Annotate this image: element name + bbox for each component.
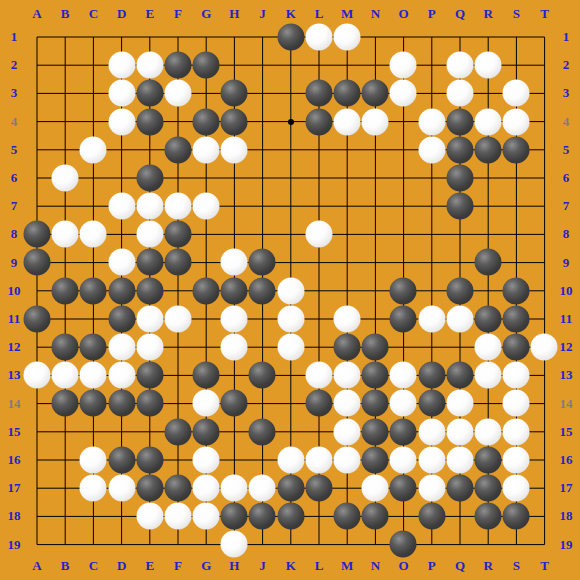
board-intersection-R1[interactable] <box>474 23 502 51</box>
board-intersection-T13[interactable] <box>530 361 558 389</box>
board-intersection-M2[interactable] <box>333 51 361 79</box>
board-intersection-H16[interactable] <box>220 446 248 474</box>
board-intersection-S11[interactable] <box>502 305 530 333</box>
board-intersection-J10[interactable] <box>248 277 276 305</box>
board-intersection-E16[interactable] <box>136 446 164 474</box>
board-intersection-R9[interactable] <box>474 248 502 276</box>
board-intersection-H6[interactable] <box>220 164 248 192</box>
board-intersection-O16[interactable] <box>389 446 417 474</box>
board-intersection-H7[interactable] <box>220 192 248 220</box>
board-intersection-Q17[interactable] <box>446 474 474 502</box>
board-intersection-O18[interactable] <box>389 502 417 530</box>
board-intersection-C13[interactable] <box>79 361 107 389</box>
board-intersection-A19[interactable] <box>23 530 51 558</box>
board-intersection-O19[interactable] <box>389 530 417 558</box>
board-intersection-P7[interactable] <box>418 192 446 220</box>
board-intersection-M13[interactable] <box>333 361 361 389</box>
board-intersection-G18[interactable] <box>192 502 220 530</box>
board-intersection-R16[interactable] <box>474 446 502 474</box>
board-intersection-N12[interactable] <box>361 333 389 361</box>
board-intersection-O11[interactable] <box>389 305 417 333</box>
board-intersection-C19[interactable] <box>79 530 107 558</box>
board-intersection-E18[interactable] <box>136 502 164 530</box>
board-intersection-E5[interactable] <box>136 136 164 164</box>
board-intersection-D13[interactable] <box>107 361 135 389</box>
board-intersection-P12[interactable] <box>418 333 446 361</box>
board-intersection-L7[interactable] <box>305 192 333 220</box>
board-intersection-T7[interactable] <box>530 192 558 220</box>
board-intersection-D6[interactable] <box>107 164 135 192</box>
board-intersection-B5[interactable] <box>51 136 79 164</box>
board-intersection-C15[interactable] <box>79 418 107 446</box>
board-intersection-O3[interactable] <box>389 79 417 107</box>
board-intersection-P17[interactable] <box>418 474 446 502</box>
board-intersection-B8[interactable] <box>51 220 79 248</box>
board-intersection-H11[interactable] <box>220 305 248 333</box>
board-intersection-P14[interactable] <box>418 389 446 417</box>
board-intersection-F19[interactable] <box>164 530 192 558</box>
board-intersection-T5[interactable] <box>530 136 558 164</box>
board-intersection-L14[interactable] <box>305 389 333 417</box>
board-intersection-E10[interactable] <box>136 277 164 305</box>
board-intersection-F9[interactable] <box>164 248 192 276</box>
board-intersection-F11[interactable] <box>164 305 192 333</box>
board-intersection-C18[interactable] <box>79 502 107 530</box>
board-intersection-K2[interactable] <box>277 51 305 79</box>
board-intersection-Q2[interactable] <box>446 51 474 79</box>
board-intersection-H13[interactable] <box>220 361 248 389</box>
board-intersection-O14[interactable] <box>389 389 417 417</box>
board-intersection-J13[interactable] <box>248 361 276 389</box>
board-intersection-E9[interactable] <box>136 248 164 276</box>
board-intersection-A7[interactable] <box>23 192 51 220</box>
board-intersection-L3[interactable] <box>305 79 333 107</box>
board-intersection-G9[interactable] <box>192 248 220 276</box>
board-intersection-O9[interactable] <box>389 248 417 276</box>
board-intersection-M5[interactable] <box>333 136 361 164</box>
board-intersection-J3[interactable] <box>248 79 276 107</box>
board-intersection-Q16[interactable] <box>446 446 474 474</box>
board-intersection-C1[interactable] <box>79 23 107 51</box>
board-intersection-T1[interactable] <box>530 23 558 51</box>
board-intersection-P4[interactable] <box>418 107 446 135</box>
board-intersection-L6[interactable] <box>305 164 333 192</box>
board-intersection-Q7[interactable] <box>446 192 474 220</box>
board-intersection-E2[interactable] <box>136 51 164 79</box>
board-intersection-E14[interactable] <box>136 389 164 417</box>
board-intersection-K6[interactable] <box>277 164 305 192</box>
board-intersection-H12[interactable] <box>220 333 248 361</box>
board-intersection-M4[interactable] <box>333 107 361 135</box>
board-intersection-S14[interactable] <box>502 389 530 417</box>
board-intersection-T12[interactable] <box>530 333 558 361</box>
board-intersection-M15[interactable] <box>333 418 361 446</box>
board-intersection-N4[interactable] <box>361 107 389 135</box>
board-intersection-B11[interactable] <box>51 305 79 333</box>
board-intersection-J17[interactable] <box>248 474 276 502</box>
board-intersection-M16[interactable] <box>333 446 361 474</box>
board-intersection-N9[interactable] <box>361 248 389 276</box>
board-intersection-R13[interactable] <box>474 361 502 389</box>
board-intersection-D18[interactable] <box>107 502 135 530</box>
board-intersection-M1[interactable] <box>333 23 361 51</box>
board-intersection-N7[interactable] <box>361 192 389 220</box>
board-intersection-C17[interactable] <box>79 474 107 502</box>
board-intersection-A8[interactable] <box>23 220 51 248</box>
board-intersection-H15[interactable] <box>220 418 248 446</box>
board-intersection-S5[interactable] <box>502 136 530 164</box>
board-intersection-K19[interactable] <box>277 530 305 558</box>
board-intersection-D11[interactable] <box>107 305 135 333</box>
board-intersection-G10[interactable] <box>192 277 220 305</box>
board-intersection-G11[interactable] <box>192 305 220 333</box>
board-intersection-L12[interactable] <box>305 333 333 361</box>
board-intersection-R12[interactable] <box>474 333 502 361</box>
board-intersection-D5[interactable] <box>107 136 135 164</box>
board-intersection-P19[interactable] <box>418 530 446 558</box>
board-intersection-R7[interactable] <box>474 192 502 220</box>
board-intersection-N11[interactable] <box>361 305 389 333</box>
board-intersection-N17[interactable] <box>361 474 389 502</box>
board-intersection-D3[interactable] <box>107 79 135 107</box>
board-intersection-J5[interactable] <box>248 136 276 164</box>
board-intersection-T15[interactable] <box>530 418 558 446</box>
board-intersection-O5[interactable] <box>389 136 417 164</box>
board-intersection-G8[interactable] <box>192 220 220 248</box>
board-intersection-J2[interactable] <box>248 51 276 79</box>
board-intersection-C11[interactable] <box>79 305 107 333</box>
board-intersection-L10[interactable] <box>305 277 333 305</box>
board-intersection-N1[interactable] <box>361 23 389 51</box>
board-intersection-F6[interactable] <box>164 164 192 192</box>
board-intersection-C12[interactable] <box>79 333 107 361</box>
board-intersection-R2[interactable] <box>474 51 502 79</box>
board-intersection-H14[interactable] <box>220 389 248 417</box>
board-intersection-H19[interactable] <box>220 530 248 558</box>
board-intersection-D14[interactable] <box>107 389 135 417</box>
board-intersection-K14[interactable] <box>277 389 305 417</box>
board-intersection-P8[interactable] <box>418 220 446 248</box>
board-intersection-S15[interactable] <box>502 418 530 446</box>
board-intersection-B7[interactable] <box>51 192 79 220</box>
board-intersection-P10[interactable] <box>418 277 446 305</box>
board-intersection-T2[interactable] <box>530 51 558 79</box>
board-intersection-B15[interactable] <box>51 418 79 446</box>
board-intersection-Q1[interactable] <box>446 23 474 51</box>
board-intersection-J11[interactable] <box>248 305 276 333</box>
board-intersection-N2[interactable] <box>361 51 389 79</box>
board-intersection-K17[interactable] <box>277 474 305 502</box>
board-intersection-K18[interactable] <box>277 502 305 530</box>
board-intersection-B17[interactable] <box>51 474 79 502</box>
board-intersection-Q15[interactable] <box>446 418 474 446</box>
board-intersection-J7[interactable] <box>248 192 276 220</box>
board-intersection-G7[interactable] <box>192 192 220 220</box>
board-intersection-C5[interactable] <box>79 136 107 164</box>
board-intersection-A14[interactable] <box>23 389 51 417</box>
board-intersection-D2[interactable] <box>107 51 135 79</box>
board-intersection-D9[interactable] <box>107 248 135 276</box>
board-intersection-H1[interactable] <box>220 23 248 51</box>
board-intersection-F15[interactable] <box>164 418 192 446</box>
board-intersection-N13[interactable] <box>361 361 389 389</box>
board-intersection-K16[interactable] <box>277 446 305 474</box>
go-board[interactable]: AABBCCDDEEFFGGHHJJKKLLMMNNOOPPQQRRSSTT11… <box>0 0 580 580</box>
board-intersection-S18[interactable] <box>502 502 530 530</box>
board-intersection-J14[interactable] <box>248 389 276 417</box>
board-intersection-B6[interactable] <box>51 164 79 192</box>
board-intersection-Q3[interactable] <box>446 79 474 107</box>
board-intersection-Q10[interactable] <box>446 277 474 305</box>
board-intersection-H2[interactable] <box>220 51 248 79</box>
board-intersection-N18[interactable] <box>361 502 389 530</box>
board-intersection-A1[interactable] <box>23 23 51 51</box>
board-intersection-T14[interactable] <box>530 389 558 417</box>
board-intersection-C2[interactable] <box>79 51 107 79</box>
board-intersection-G17[interactable] <box>192 474 220 502</box>
board-intersection-A10[interactable] <box>23 277 51 305</box>
board-intersection-N8[interactable] <box>361 220 389 248</box>
board-intersection-H10[interactable] <box>220 277 248 305</box>
board-intersection-J4[interactable] <box>248 107 276 135</box>
board-intersection-B2[interactable] <box>51 51 79 79</box>
board-intersection-Q14[interactable] <box>446 389 474 417</box>
board-intersection-G14[interactable] <box>192 389 220 417</box>
board-intersection-K3[interactable] <box>277 79 305 107</box>
board-intersection-K5[interactable] <box>277 136 305 164</box>
board-intersection-P3[interactable] <box>418 79 446 107</box>
board-intersection-F7[interactable] <box>164 192 192 220</box>
board-intersection-S13[interactable] <box>502 361 530 389</box>
board-intersection-F8[interactable] <box>164 220 192 248</box>
board-intersection-P16[interactable] <box>418 446 446 474</box>
board-intersection-P15[interactable] <box>418 418 446 446</box>
board-intersection-B19[interactable] <box>51 530 79 558</box>
board-intersections[interactable] <box>23 23 559 559</box>
board-intersection-S7[interactable] <box>502 192 530 220</box>
board-intersection-D17[interactable] <box>107 474 135 502</box>
board-intersection-C9[interactable] <box>79 248 107 276</box>
board-intersection-H17[interactable] <box>220 474 248 502</box>
board-intersection-N5[interactable] <box>361 136 389 164</box>
board-intersection-C8[interactable] <box>79 220 107 248</box>
board-intersection-E4[interactable] <box>136 107 164 135</box>
board-intersection-A9[interactable] <box>23 248 51 276</box>
board-intersection-O2[interactable] <box>389 51 417 79</box>
board-intersection-P2[interactable] <box>418 51 446 79</box>
board-intersection-G5[interactable] <box>192 136 220 164</box>
board-intersection-R18[interactable] <box>474 502 502 530</box>
board-intersection-H3[interactable] <box>220 79 248 107</box>
board-intersection-G6[interactable] <box>192 164 220 192</box>
board-intersection-T11[interactable] <box>530 305 558 333</box>
board-intersection-B16[interactable] <box>51 446 79 474</box>
board-intersection-Q9[interactable] <box>446 248 474 276</box>
board-intersection-Q18[interactable] <box>446 502 474 530</box>
board-intersection-C16[interactable] <box>79 446 107 474</box>
board-intersection-O6[interactable] <box>389 164 417 192</box>
board-intersection-J9[interactable] <box>248 248 276 276</box>
board-intersection-T3[interactable] <box>530 79 558 107</box>
board-intersection-L18[interactable] <box>305 502 333 530</box>
board-intersection-G16[interactable] <box>192 446 220 474</box>
board-intersection-F14[interactable] <box>164 389 192 417</box>
board-intersection-M6[interactable] <box>333 164 361 192</box>
board-intersection-D15[interactable] <box>107 418 135 446</box>
board-intersection-P5[interactable] <box>418 136 446 164</box>
board-intersection-F1[interactable] <box>164 23 192 51</box>
board-intersection-F12[interactable] <box>164 333 192 361</box>
board-intersection-S17[interactable] <box>502 474 530 502</box>
board-intersection-E11[interactable] <box>136 305 164 333</box>
board-intersection-K8[interactable] <box>277 220 305 248</box>
board-intersection-S12[interactable] <box>502 333 530 361</box>
board-intersection-L2[interactable] <box>305 51 333 79</box>
board-intersection-K4[interactable] <box>277 107 305 135</box>
board-intersection-G15[interactable] <box>192 418 220 446</box>
board-intersection-M14[interactable] <box>333 389 361 417</box>
board-intersection-T18[interactable] <box>530 502 558 530</box>
board-intersection-M8[interactable] <box>333 220 361 248</box>
board-intersection-F10[interactable] <box>164 277 192 305</box>
board-intersection-R4[interactable] <box>474 107 502 135</box>
board-intersection-D10[interactable] <box>107 277 135 305</box>
board-intersection-R8[interactable] <box>474 220 502 248</box>
board-intersection-O12[interactable] <box>389 333 417 361</box>
board-intersection-J6[interactable] <box>248 164 276 192</box>
board-intersection-L19[interactable] <box>305 530 333 558</box>
board-intersection-K13[interactable] <box>277 361 305 389</box>
board-intersection-Q11[interactable] <box>446 305 474 333</box>
board-intersection-P11[interactable] <box>418 305 446 333</box>
board-intersection-Q8[interactable] <box>446 220 474 248</box>
board-intersection-C14[interactable] <box>79 389 107 417</box>
board-intersection-S19[interactable] <box>502 530 530 558</box>
board-intersection-D19[interactable] <box>107 530 135 558</box>
board-intersection-S4[interactable] <box>502 107 530 135</box>
board-intersection-M10[interactable] <box>333 277 361 305</box>
board-intersection-E13[interactable] <box>136 361 164 389</box>
board-intersection-R17[interactable] <box>474 474 502 502</box>
board-intersection-C4[interactable] <box>79 107 107 135</box>
board-intersection-H18[interactable] <box>220 502 248 530</box>
board-intersection-B13[interactable] <box>51 361 79 389</box>
board-intersection-M12[interactable] <box>333 333 361 361</box>
board-intersection-S1[interactable] <box>502 23 530 51</box>
board-intersection-C6[interactable] <box>79 164 107 192</box>
board-intersection-L13[interactable] <box>305 361 333 389</box>
board-intersection-E1[interactable] <box>136 23 164 51</box>
board-intersection-B3[interactable] <box>51 79 79 107</box>
board-intersection-A15[interactable] <box>23 418 51 446</box>
board-intersection-Q6[interactable] <box>446 164 474 192</box>
board-intersection-F16[interactable] <box>164 446 192 474</box>
board-intersection-T4[interactable] <box>530 107 558 135</box>
board-intersection-G13[interactable] <box>192 361 220 389</box>
board-intersection-Q12[interactable] <box>446 333 474 361</box>
board-intersection-S2[interactable] <box>502 51 530 79</box>
board-intersection-F4[interactable] <box>164 107 192 135</box>
board-intersection-R10[interactable] <box>474 277 502 305</box>
board-intersection-A16[interactable] <box>23 446 51 474</box>
board-intersection-N19[interactable] <box>361 530 389 558</box>
board-intersection-N6[interactable] <box>361 164 389 192</box>
board-intersection-J15[interactable] <box>248 418 276 446</box>
board-intersection-L4[interactable] <box>305 107 333 135</box>
board-intersection-S16[interactable] <box>502 446 530 474</box>
board-intersection-A6[interactable] <box>23 164 51 192</box>
board-intersection-F18[interactable] <box>164 502 192 530</box>
board-intersection-A17[interactable] <box>23 474 51 502</box>
board-intersection-C3[interactable] <box>79 79 107 107</box>
board-intersection-L1[interactable] <box>305 23 333 51</box>
board-intersection-N14[interactable] <box>361 389 389 417</box>
board-intersection-C7[interactable] <box>79 192 107 220</box>
board-intersection-P1[interactable] <box>418 23 446 51</box>
board-intersection-K1[interactable] <box>277 23 305 51</box>
board-intersection-A5[interactable] <box>23 136 51 164</box>
board-intersection-T19[interactable] <box>530 530 558 558</box>
board-intersection-M17[interactable] <box>333 474 361 502</box>
board-intersection-G1[interactable] <box>192 23 220 51</box>
board-intersection-N3[interactable] <box>361 79 389 107</box>
board-intersection-F17[interactable] <box>164 474 192 502</box>
board-intersection-L8[interactable] <box>305 220 333 248</box>
board-intersection-E12[interactable] <box>136 333 164 361</box>
board-intersection-G2[interactable] <box>192 51 220 79</box>
board-intersection-T9[interactable] <box>530 248 558 276</box>
board-intersection-F3[interactable] <box>164 79 192 107</box>
board-intersection-B1[interactable] <box>51 23 79 51</box>
board-intersection-O10[interactable] <box>389 277 417 305</box>
board-intersection-A12[interactable] <box>23 333 51 361</box>
board-intersection-M3[interactable] <box>333 79 361 107</box>
board-intersection-N10[interactable] <box>361 277 389 305</box>
board-intersection-A3[interactable] <box>23 79 51 107</box>
board-intersection-P9[interactable] <box>418 248 446 276</box>
board-intersection-J18[interactable] <box>248 502 276 530</box>
board-intersection-R6[interactable] <box>474 164 502 192</box>
board-intersection-A2[interactable] <box>23 51 51 79</box>
board-intersection-A18[interactable] <box>23 502 51 530</box>
board-intersection-R19[interactable] <box>474 530 502 558</box>
board-intersection-L11[interactable] <box>305 305 333 333</box>
board-intersection-Q4[interactable] <box>446 107 474 135</box>
board-intersection-O15[interactable] <box>389 418 417 446</box>
board-intersection-F13[interactable] <box>164 361 192 389</box>
board-intersection-G3[interactable] <box>192 79 220 107</box>
board-intersection-L16[interactable] <box>305 446 333 474</box>
board-intersection-J8[interactable] <box>248 220 276 248</box>
board-intersection-R14[interactable] <box>474 389 502 417</box>
board-intersection-H9[interactable] <box>220 248 248 276</box>
board-intersection-S10[interactable] <box>502 277 530 305</box>
board-intersection-B18[interactable] <box>51 502 79 530</box>
board-intersection-L15[interactable] <box>305 418 333 446</box>
board-intersection-S3[interactable] <box>502 79 530 107</box>
board-intersection-S6[interactable] <box>502 164 530 192</box>
board-intersection-L9[interactable] <box>305 248 333 276</box>
board-intersection-J12[interactable] <box>248 333 276 361</box>
board-intersection-H5[interactable] <box>220 136 248 164</box>
board-intersection-M7[interactable] <box>333 192 361 220</box>
board-intersection-T10[interactable] <box>530 277 558 305</box>
board-intersection-E8[interactable] <box>136 220 164 248</box>
board-intersection-Q13[interactable] <box>446 361 474 389</box>
board-intersection-A11[interactable] <box>23 305 51 333</box>
board-intersection-D16[interactable] <box>107 446 135 474</box>
board-intersection-A13[interactable] <box>23 361 51 389</box>
